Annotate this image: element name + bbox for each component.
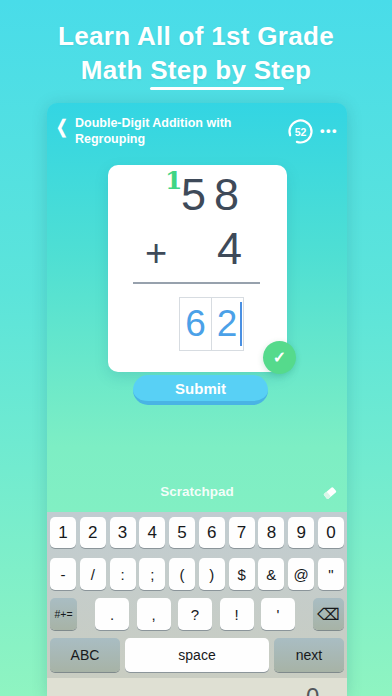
next-key[interactable]: next bbox=[274, 638, 344, 672]
headline-line1: Learn All of 1st Grade bbox=[0, 19, 392, 53]
keyboard-row-digits: 1 2 3 4 5 6 7 8 9 0 bbox=[50, 517, 344, 548]
key-6[interactable]: 6 bbox=[199, 517, 225, 548]
headline-underline bbox=[150, 87, 284, 90]
scratchpad-label: Scratchpad bbox=[47, 484, 347, 499]
equals-rule bbox=[133, 282, 260, 284]
key-semicolon[interactable]: ; bbox=[139, 558, 165, 590]
top-number: 58 bbox=[181, 171, 247, 219]
backspace-key[interactable]: ⌫ bbox=[313, 598, 344, 630]
key-dollar[interactable]: $ bbox=[229, 558, 255, 590]
key-2[interactable]: 2 bbox=[80, 517, 106, 548]
problem-card: 1 58 + 4 6 2 ✓ bbox=[108, 165, 287, 372]
key-1[interactable]: 1 bbox=[50, 517, 76, 548]
abc-key[interactable]: ABC bbox=[50, 638, 120, 672]
key-0[interactable]: 0 bbox=[318, 517, 344, 548]
submit-button[interactable]: Submit bbox=[133, 375, 268, 405]
key-minus[interactable]: - bbox=[50, 558, 76, 590]
progress-value: 52 bbox=[287, 118, 314, 145]
answer-box-tens[interactable]: 6 bbox=[179, 297, 212, 351]
punctuation-keys: . , ? ! ' bbox=[95, 598, 295, 630]
progress-ring: 52 bbox=[287, 118, 314, 145]
key-7[interactable]: 7 bbox=[229, 517, 255, 548]
answer-box-ones[interactable]: 2 bbox=[211, 297, 244, 351]
key-slash[interactable]: / bbox=[80, 558, 106, 590]
app-screen: ❮ Double-Digit Addition with Regrouping … bbox=[47, 103, 347, 696]
key-colon[interactable]: : bbox=[110, 558, 136, 590]
key-symbols-mode[interactable]: #+= bbox=[50, 598, 77, 630]
below-keyboard-strip: 0 bbox=[47, 678, 347, 696]
key-ampersand[interactable]: & bbox=[258, 558, 284, 590]
headline-line2: Math Step by Step bbox=[0, 53, 392, 87]
correct-check-badge: ✓ bbox=[263, 341, 296, 374]
answer-input[interactable]: 6 2 bbox=[179, 297, 244, 351]
text-cursor bbox=[240, 302, 242, 346]
key-question[interactable]: ? bbox=[178, 598, 212, 630]
back-chevron-icon[interactable]: ❮ bbox=[56, 117, 68, 138]
plus-operator: + bbox=[145, 231, 167, 275]
key-8[interactable]: 8 bbox=[258, 517, 284, 548]
bottom-number: 4 bbox=[217, 225, 242, 273]
key-paren-open[interactable]: ( bbox=[169, 558, 195, 590]
key-4[interactable]: 4 bbox=[139, 517, 165, 548]
key-comma[interactable]: , bbox=[137, 598, 171, 630]
keyboard-row-bottom: ABC space next bbox=[50, 638, 344, 672]
key-at[interactable]: @ bbox=[288, 558, 314, 590]
key-period[interactable]: . bbox=[95, 598, 129, 630]
menu-dots-icon[interactable]: ••• bbox=[320, 123, 338, 138]
eraser-icon[interactable] bbox=[321, 484, 338, 501]
keyboard-row-symbols: - / : ; ( ) $ & @ " bbox=[50, 558, 344, 590]
headline: Learn All of 1st Grade Math Step by Step bbox=[0, 19, 392, 87]
key-quote[interactable]: " bbox=[318, 558, 344, 590]
carry-digit: 1 bbox=[165, 166, 182, 195]
check-icon: ✓ bbox=[273, 348, 286, 367]
key-5[interactable]: 5 bbox=[169, 517, 195, 548]
key-3[interactable]: 3 bbox=[110, 517, 136, 548]
lesson-title: Double-Digit Addition with Regrouping bbox=[75, 116, 250, 147]
clipped-digit: 0 bbox=[306, 683, 319, 696]
key-apostrophe[interactable]: ' bbox=[261, 598, 295, 630]
key-9[interactable]: 9 bbox=[288, 517, 314, 548]
key-paren-close[interactable]: ) bbox=[199, 558, 225, 590]
space-key[interactable]: space bbox=[125, 638, 269, 672]
keyboard-row-punctuation: #+= . , ? ! ' ⌫ bbox=[50, 598, 344, 630]
marketing-screenshot: Learn All of 1st Grade Math Step by Step… bbox=[0, 0, 392, 696]
keyboard: 1 2 3 4 5 6 7 8 9 0 - / : ; ( ) $ & @ bbox=[47, 512, 347, 678]
key-exclaim[interactable]: ! bbox=[220, 598, 254, 630]
